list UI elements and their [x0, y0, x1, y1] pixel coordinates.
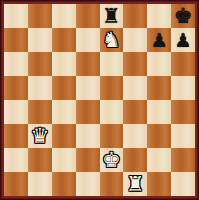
white-knight-icon: ♞	[102, 28, 121, 52]
square-h4[interactable]	[171, 100, 195, 124]
square-a5[interactable]	[4, 76, 28, 100]
square-c4[interactable]	[52, 100, 76, 124]
square-d4[interactable]	[76, 100, 100, 124]
square-e8[interactable]: ♜	[100, 4, 124, 28]
square-c1[interactable]	[52, 172, 76, 196]
black-pawn-icon: ♟	[151, 28, 168, 52]
square-b2[interactable]	[28, 148, 52, 172]
square-g8[interactable]	[147, 4, 171, 28]
square-c5[interactable]	[52, 76, 76, 100]
square-h8[interactable]: ♚	[171, 4, 195, 28]
square-d2[interactable]	[76, 148, 100, 172]
square-c8[interactable]	[52, 4, 76, 28]
square-g6[interactable]	[147, 52, 171, 76]
square-h2[interactable]	[171, 148, 195, 172]
white-queen-icon: ♛	[30, 124, 49, 148]
square-e1[interactable]	[100, 172, 124, 196]
square-e2[interactable]: ♚	[100, 148, 124, 172]
square-a8[interactable]	[4, 4, 28, 28]
square-b8[interactable]	[28, 4, 52, 28]
square-f7[interactable]	[123, 28, 147, 52]
square-h7[interactable]: ♟	[171, 28, 195, 52]
square-h1[interactable]	[171, 172, 195, 196]
square-g5[interactable]	[147, 76, 171, 100]
square-h3[interactable]	[171, 124, 195, 148]
square-a7[interactable]	[4, 28, 28, 52]
square-d3[interactable]	[76, 124, 100, 148]
square-a4[interactable]	[4, 100, 28, 124]
square-g3[interactable]	[147, 124, 171, 148]
square-f3[interactable]	[123, 124, 147, 148]
square-f4[interactable]	[123, 100, 147, 124]
square-e6[interactable]	[100, 52, 124, 76]
white-rook-icon: ♜	[126, 172, 145, 196]
chess-board: ♜♚♞♟♟♛♚♜	[4, 4, 195, 196]
square-c7[interactable]	[52, 28, 76, 52]
square-g2[interactable]	[147, 148, 171, 172]
square-h6[interactable]	[171, 52, 195, 76]
square-e4[interactable]	[100, 100, 124, 124]
square-d6[interactable]	[76, 52, 100, 76]
square-b1[interactable]	[28, 172, 52, 196]
square-d1[interactable]	[76, 172, 100, 196]
square-b6[interactable]	[28, 52, 52, 76]
square-a3[interactable]	[4, 124, 28, 148]
black-rook-icon: ♜	[102, 4, 121, 28]
square-f2[interactable]	[123, 148, 147, 172]
square-g1[interactable]	[147, 172, 171, 196]
square-a1[interactable]	[4, 172, 28, 196]
square-e3[interactable]	[100, 124, 124, 148]
square-g4[interactable]	[147, 100, 171, 124]
square-b7[interactable]	[28, 28, 52, 52]
square-f1[interactable]: ♜	[123, 172, 147, 196]
square-d5[interactable]	[76, 76, 100, 100]
square-g7[interactable]: ♟	[147, 28, 171, 52]
square-e7[interactable]: ♞	[100, 28, 124, 52]
square-c3[interactable]	[52, 124, 76, 148]
square-d7[interactable]	[76, 28, 100, 52]
square-f5[interactable]	[123, 76, 147, 100]
square-e5[interactable]	[100, 76, 124, 100]
square-f8[interactable]	[123, 4, 147, 28]
square-b3[interactable]: ♛	[28, 124, 52, 148]
square-c6[interactable]	[52, 52, 76, 76]
square-a2[interactable]	[4, 148, 28, 172]
black-pawn-icon: ♟	[175, 28, 192, 52]
chess-board-frame: ♜♚♞♟♟♛♚♜	[0, 0, 199, 200]
square-b5[interactable]	[28, 76, 52, 100]
square-d8[interactable]	[76, 4, 100, 28]
square-a6[interactable]	[4, 52, 28, 76]
square-h5[interactable]	[171, 76, 195, 100]
square-c2[interactable]	[52, 148, 76, 172]
square-b4[interactable]	[28, 100, 52, 124]
square-f6[interactable]	[123, 52, 147, 76]
black-king-icon: ♚	[174, 4, 193, 28]
white-king-icon: ♚	[102, 148, 121, 172]
